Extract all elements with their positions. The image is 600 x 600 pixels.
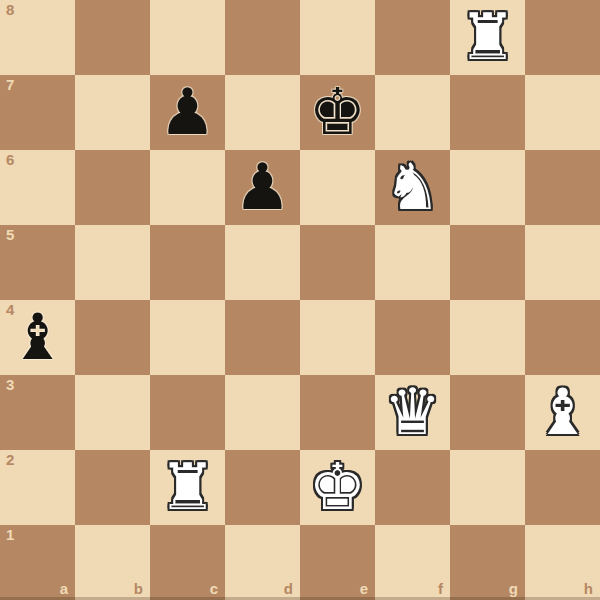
square-f4[interactable] bbox=[375, 300, 450, 375]
square-h6[interactable] bbox=[525, 150, 600, 225]
square-h4[interactable] bbox=[525, 300, 600, 375]
square-a5[interactable]: 5 bbox=[0, 225, 75, 300]
file-label-h: h bbox=[584, 581, 593, 596]
square-f7[interactable] bbox=[375, 75, 450, 150]
square-d8[interactable] bbox=[225, 0, 300, 75]
square-c2[interactable]: ♜ bbox=[150, 450, 225, 525]
square-d1[interactable]: d bbox=[225, 525, 300, 600]
piece-black-pawn-c7[interactable]: ♟ bbox=[150, 75, 225, 150]
square-h7[interactable] bbox=[525, 75, 600, 150]
square-c1[interactable]: c bbox=[150, 525, 225, 600]
square-g1[interactable]: g bbox=[450, 525, 525, 600]
square-h8[interactable] bbox=[525, 0, 600, 75]
square-g6[interactable] bbox=[450, 150, 525, 225]
piece-white-rook-c2[interactable]: ♜ bbox=[150, 450, 225, 525]
square-c8[interactable] bbox=[150, 0, 225, 75]
square-a7[interactable]: 7 bbox=[0, 75, 75, 150]
rank-label-7: 7 bbox=[6, 77, 14, 92]
square-a3[interactable]: 3 bbox=[0, 375, 75, 450]
rank-label-3: 3 bbox=[6, 377, 14, 392]
piece-white-bishop-h3[interactable]: ♝ bbox=[525, 375, 600, 450]
piece-white-king-e2[interactable]: ♚ bbox=[300, 450, 375, 525]
square-f6[interactable]: ♞ bbox=[375, 150, 450, 225]
piece-black-king-e7[interactable]: ♚ bbox=[300, 75, 375, 150]
square-e2[interactable]: ♚ bbox=[300, 450, 375, 525]
square-d6[interactable]: ♟ bbox=[225, 150, 300, 225]
square-a2[interactable]: 2 bbox=[0, 450, 75, 525]
square-g5[interactable] bbox=[450, 225, 525, 300]
square-f8[interactable] bbox=[375, 0, 450, 75]
square-g4[interactable] bbox=[450, 300, 525, 375]
square-a8[interactable]: 8 bbox=[0, 0, 75, 75]
square-b5[interactable] bbox=[75, 225, 150, 300]
square-d2[interactable] bbox=[225, 450, 300, 525]
square-b7[interactable] bbox=[75, 75, 150, 150]
square-b8[interactable] bbox=[75, 0, 150, 75]
chess-board: 8♜7♟♚6♟♞54♝3♛♝2♜♚1abcdefgh bbox=[0, 0, 600, 600]
square-g8[interactable]: ♜ bbox=[450, 0, 525, 75]
square-h3[interactable]: ♝ bbox=[525, 375, 600, 450]
square-h1[interactable]: h bbox=[525, 525, 600, 600]
square-h5[interactable] bbox=[525, 225, 600, 300]
square-c6[interactable] bbox=[150, 150, 225, 225]
file-label-e: e bbox=[360, 581, 368, 596]
file-label-d: d bbox=[284, 581, 293, 596]
file-label-c: c bbox=[210, 581, 218, 596]
piece-black-pawn-d6[interactable]: ♟ bbox=[225, 150, 300, 225]
piece-white-queen-f3[interactable]: ♛ bbox=[375, 375, 450, 450]
square-d4[interactable] bbox=[225, 300, 300, 375]
square-c4[interactable] bbox=[150, 300, 225, 375]
rank-label-8: 8 bbox=[6, 2, 14, 17]
square-d5[interactable] bbox=[225, 225, 300, 300]
square-c7[interactable]: ♟ bbox=[150, 75, 225, 150]
square-h2[interactable] bbox=[525, 450, 600, 525]
square-e3[interactable] bbox=[300, 375, 375, 450]
square-d3[interactable] bbox=[225, 375, 300, 450]
square-e1[interactable]: e bbox=[300, 525, 375, 600]
square-e7[interactable]: ♚ bbox=[300, 75, 375, 150]
square-f3[interactable]: ♛ bbox=[375, 375, 450, 450]
square-d7[interactable] bbox=[225, 75, 300, 150]
square-a1[interactable]: 1a bbox=[0, 525, 75, 600]
square-g2[interactable] bbox=[450, 450, 525, 525]
square-e6[interactable] bbox=[300, 150, 375, 225]
rank-label-6: 6 bbox=[6, 152, 14, 167]
file-label-g: g bbox=[509, 581, 518, 596]
square-g7[interactable] bbox=[450, 75, 525, 150]
piece-white-knight-f6[interactable]: ♞ bbox=[375, 150, 450, 225]
file-label-a: a bbox=[60, 581, 68, 596]
square-b1[interactable]: b bbox=[75, 525, 150, 600]
square-c3[interactable] bbox=[150, 375, 225, 450]
piece-black-bishop-a4[interactable]: ♝ bbox=[0, 300, 75, 375]
square-b6[interactable] bbox=[75, 150, 150, 225]
rank-label-2: 2 bbox=[6, 452, 14, 467]
square-b2[interactable] bbox=[75, 450, 150, 525]
square-e8[interactable] bbox=[300, 0, 375, 75]
rank-label-5: 5 bbox=[6, 227, 14, 242]
square-g3[interactable] bbox=[450, 375, 525, 450]
square-b4[interactable] bbox=[75, 300, 150, 375]
file-label-b: b bbox=[134, 581, 143, 596]
square-a6[interactable]: 6 bbox=[0, 150, 75, 225]
square-e5[interactable] bbox=[300, 225, 375, 300]
square-f1[interactable]: f bbox=[375, 525, 450, 600]
square-f2[interactable] bbox=[375, 450, 450, 525]
square-f5[interactable] bbox=[375, 225, 450, 300]
square-e4[interactable] bbox=[300, 300, 375, 375]
piece-white-rook-g8[interactable]: ♜ bbox=[450, 0, 525, 75]
rank-label-1: 1 bbox=[6, 527, 14, 542]
square-b3[interactable] bbox=[75, 375, 150, 450]
square-c5[interactable] bbox=[150, 225, 225, 300]
square-a4[interactable]: 4♝ bbox=[0, 300, 75, 375]
file-label-f: f bbox=[438, 581, 443, 596]
